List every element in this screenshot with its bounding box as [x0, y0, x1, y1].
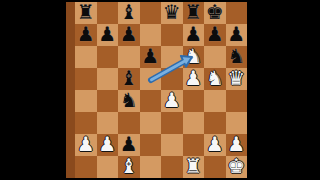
square-g5[interactable]: ♞ — [204, 68, 226, 90]
square-d3[interactable] — [140, 112, 162, 134]
piece-black-pawn: ♟ — [120, 134, 138, 154]
piece-white-pawn: ♟ — [163, 90, 181, 110]
piece-black-rook: ♜ — [77, 2, 95, 22]
piece-white-bishop: ♝ — [120, 156, 138, 176]
square-b1[interactable] — [97, 156, 119, 178]
square-h6[interactable]: ♞ — [226, 46, 248, 68]
piece-black-king: ♚ — [206, 2, 224, 22]
square-a8[interactable]: ♜ — [75, 2, 97, 24]
square-b4[interactable] — [97, 90, 119, 112]
piece-black-pawn: ♟ — [206, 24, 224, 44]
square-e8[interactable]: ♛ — [161, 2, 183, 24]
piece-white-pawn: ♟ — [184, 68, 202, 88]
square-h1[interactable]: ♚ — [226, 156, 248, 178]
piece-white-pawn: ♟ — [98, 134, 116, 154]
square-d4[interactable] — [140, 90, 162, 112]
piece-white-pawn: ♟ — [206, 134, 224, 154]
app-canvas: ♜♝♛♜♚♟♟♟♟♟♟♟♞♞♝♟♞♛♞♟♟♟♟♟♟♝♜♚ — [0, 0, 320, 180]
square-c8[interactable]: ♝ — [118, 2, 140, 24]
piece-white-pawn: ♟ — [77, 134, 95, 154]
piece-white-knight: ♞ — [206, 68, 224, 88]
piece-black-queen: ♛ — [163, 2, 181, 22]
square-f7[interactable]: ♟ — [183, 24, 205, 46]
square-h4[interactable] — [226, 90, 248, 112]
square-a3[interactable] — [75, 112, 97, 134]
square-c6[interactable] — [118, 46, 140, 68]
piece-white-queen: ♛ — [227, 68, 245, 88]
square-e7[interactable] — [161, 24, 183, 46]
square-a6[interactable] — [75, 46, 97, 68]
piece-black-rook: ♜ — [184, 2, 202, 22]
square-h8[interactable] — [226, 2, 248, 24]
piece-white-rook: ♜ — [184, 156, 202, 176]
piece-black-bishop: ♝ — [120, 68, 138, 88]
square-b2[interactable]: ♟ — [97, 134, 119, 156]
square-e5[interactable] — [161, 68, 183, 90]
square-g7[interactable]: ♟ — [204, 24, 226, 46]
chess-board: ♜♝♛♜♚♟♟♟♟♟♟♟♞♞♝♟♞♛♞♟♟♟♟♟♟♝♜♚ — [75, 2, 247, 178]
piece-white-king: ♚ — [227, 156, 245, 176]
square-d8[interactable] — [140, 2, 162, 24]
piece-black-pawn: ♟ — [120, 24, 138, 44]
square-f6[interactable]: ♞ — [183, 46, 205, 68]
square-h7[interactable]: ♟ — [226, 24, 248, 46]
square-d6[interactable]: ♟ — [140, 46, 162, 68]
board-edge-strip — [66, 2, 75, 178]
square-f2[interactable] — [183, 134, 205, 156]
square-b6[interactable] — [97, 46, 119, 68]
square-g4[interactable] — [204, 90, 226, 112]
square-e6[interactable] — [161, 46, 183, 68]
square-b7[interactable]: ♟ — [97, 24, 119, 46]
square-e2[interactable] — [161, 134, 183, 156]
square-c3[interactable] — [118, 112, 140, 134]
square-c1[interactable]: ♝ — [118, 156, 140, 178]
square-d7[interactable] — [140, 24, 162, 46]
piece-black-pawn: ♟ — [184, 24, 202, 44]
piece-black-knight: ♞ — [120, 90, 138, 110]
piece-black-pawn: ♟ — [227, 24, 245, 44]
square-e3[interactable] — [161, 112, 183, 134]
square-a5[interactable] — [75, 68, 97, 90]
square-f3[interactable] — [183, 112, 205, 134]
square-f1[interactable]: ♜ — [183, 156, 205, 178]
square-f8[interactable]: ♜ — [183, 2, 205, 24]
square-a1[interactable] — [75, 156, 97, 178]
square-c4[interactable]: ♞ — [118, 90, 140, 112]
square-g8[interactable]: ♚ — [204, 2, 226, 24]
square-f5[interactable]: ♟ — [183, 68, 205, 90]
square-b8[interactable] — [97, 2, 119, 24]
piece-white-pawn: ♟ — [227, 134, 245, 154]
piece-black-pawn: ♟ — [77, 24, 95, 44]
square-b5[interactable] — [97, 68, 119, 90]
square-e4[interactable]: ♟ — [161, 90, 183, 112]
square-g6[interactable] — [204, 46, 226, 68]
square-h2[interactable]: ♟ — [226, 134, 248, 156]
square-e1[interactable] — [161, 156, 183, 178]
piece-black-pawn: ♟ — [141, 46, 159, 66]
square-g3[interactable] — [204, 112, 226, 134]
square-g1[interactable] — [204, 156, 226, 178]
square-a4[interactable] — [75, 90, 97, 112]
square-d2[interactable] — [140, 134, 162, 156]
piece-black-bishop: ♝ — [120, 2, 138, 22]
square-g2[interactable]: ♟ — [204, 134, 226, 156]
square-c5[interactable]: ♝ — [118, 68, 140, 90]
square-a2[interactable]: ♟ — [75, 134, 97, 156]
square-a7[interactable]: ♟ — [75, 24, 97, 46]
square-c2[interactable]: ♟ — [118, 134, 140, 156]
square-c7[interactable]: ♟ — [118, 24, 140, 46]
square-d5[interactable] — [140, 68, 162, 90]
piece-white-knight: ♞ — [184, 46, 202, 66]
square-h5[interactable]: ♛ — [226, 68, 248, 90]
piece-black-pawn: ♟ — [98, 24, 116, 44]
piece-black-knight: ♞ — [227, 46, 245, 66]
square-h3[interactable] — [226, 112, 248, 134]
square-f4[interactable] — [183, 90, 205, 112]
square-b3[interactable] — [97, 112, 119, 134]
square-d1[interactable] — [140, 156, 162, 178]
